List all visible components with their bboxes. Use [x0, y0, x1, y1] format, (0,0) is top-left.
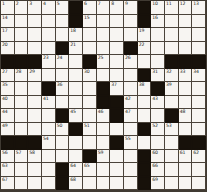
white-cell[interactable]: [165, 136, 179, 150]
clue-number: 5: [57, 1, 60, 6]
clue-number: 64: [70, 163, 75, 168]
white-cell[interactable]: 22: [138, 42, 152, 56]
white-cell[interactable]: [42, 109, 56, 123]
black-cell: [69, 123, 83, 137]
clue-number: 50: [57, 123, 62, 128]
white-cell[interactable]: [97, 69, 111, 83]
white-cell[interactable]: 39: [165, 82, 179, 96]
black-cell: [124, 42, 138, 56]
white-cell[interactable]: [179, 96, 193, 110]
white-cell[interactable]: [69, 82, 83, 96]
black-cell: [138, 123, 152, 137]
black-cell: [192, 136, 206, 150]
white-cell[interactable]: 31: [151, 69, 165, 83]
black-cell: [165, 55, 179, 69]
white-cell[interactable]: [151, 109, 165, 123]
white-cell[interactable]: [69, 55, 83, 69]
white-cell[interactable]: [28, 177, 42, 191]
black-cell: [56, 177, 70, 191]
white-cell[interactable]: 40: [1, 96, 15, 110]
clue-number: 32: [166, 69, 171, 74]
white-cell[interactable]: 12: [179, 1, 193, 15]
white-cell[interactable]: 59: [97, 150, 111, 164]
clue-number: 41: [43, 96, 48, 101]
white-cell[interactable]: [138, 55, 152, 69]
white-cell[interactable]: 60: [151, 150, 165, 164]
black-cell: [110, 109, 124, 123]
white-cell[interactable]: [97, 136, 111, 150]
white-cell[interactable]: [165, 163, 179, 177]
white-cell[interactable]: 44: [1, 109, 15, 123]
clue-number: 17: [2, 28, 7, 33]
white-cell[interactable]: [192, 109, 206, 123]
white-cell[interactable]: [42, 123, 56, 137]
white-cell[interactable]: 2: [15, 1, 29, 15]
white-cell[interactable]: [97, 163, 111, 177]
white-cell[interactable]: 26: [124, 55, 138, 69]
white-cell[interactable]: 46: [97, 109, 111, 123]
white-cell[interactable]: [192, 177, 206, 191]
clue-number: 33: [180, 69, 185, 74]
white-cell[interactable]: 16: [151, 15, 165, 29]
white-cell[interactable]: [110, 163, 124, 177]
clue-number: 13: [193, 1, 198, 6]
white-cell[interactable]: 17: [1, 28, 15, 42]
clue-number: 46: [98, 109, 103, 114]
crossword-page: 1234567891011121314151617181920212223242…: [0, 0, 207, 192]
clue-number: 23: [43, 55, 48, 60]
white-cell[interactable]: [192, 82, 206, 96]
white-cell[interactable]: 67: [1, 177, 15, 191]
clue-number: 37: [111, 82, 116, 87]
white-cell[interactable]: [110, 42, 124, 56]
white-cell[interactable]: 58: [28, 150, 42, 164]
black-cell: [138, 69, 152, 83]
white-cell[interactable]: [42, 69, 56, 83]
white-cell[interactable]: [165, 28, 179, 42]
white-cell[interactable]: 38: [138, 82, 152, 96]
white-cell[interactable]: 52: [151, 123, 165, 137]
white-cell[interactable]: 45: [69, 109, 83, 123]
white-cell[interactable]: 20: [1, 42, 15, 56]
clue-number: 19: [139, 28, 144, 33]
white-cell[interactable]: [83, 42, 97, 56]
white-cell[interactable]: 4: [42, 1, 56, 15]
white-cell[interactable]: [83, 82, 97, 96]
black-cell: [179, 136, 193, 150]
clue-number: 6: [84, 1, 87, 6]
white-cell[interactable]: 50: [56, 123, 70, 137]
clue-number: 11: [166, 1, 171, 6]
white-cell[interactable]: 18: [69, 28, 83, 42]
white-cell[interactable]: [97, 123, 111, 137]
white-cell[interactable]: [179, 123, 193, 137]
clue-number: 63: [2, 163, 7, 168]
clue-number: 8: [111, 1, 114, 6]
black-cell: [138, 177, 152, 191]
white-cell[interactable]: 1: [1, 1, 15, 15]
clue-number: 25: [98, 55, 103, 60]
white-cell[interactable]: [124, 69, 138, 83]
clue-number: 3: [29, 1, 32, 6]
clue-number: 18: [70, 28, 75, 33]
clue-number: 45: [70, 109, 75, 114]
white-cell[interactable]: 33: [179, 69, 193, 83]
white-cell[interactable]: [124, 15, 138, 29]
white-cell[interactable]: [69, 96, 83, 110]
white-cell[interactable]: 19: [138, 28, 152, 42]
white-cell[interactable]: 6: [83, 1, 97, 15]
clue-number: 38: [139, 82, 144, 87]
white-cell[interactable]: [28, 96, 42, 110]
white-cell[interactable]: [192, 163, 206, 177]
white-cell[interactable]: [151, 42, 165, 56]
white-cell[interactable]: [165, 42, 179, 56]
black-cell: [69, 15, 83, 29]
white-cell[interactable]: 53: [165, 123, 179, 137]
clue-number: 42: [125, 96, 130, 101]
white-cell[interactable]: [179, 163, 193, 177]
white-cell[interactable]: 61: [179, 150, 193, 164]
white-cell[interactable]: [83, 177, 97, 191]
clue-number: 48: [180, 109, 185, 114]
white-cell[interactable]: [83, 136, 97, 150]
white-cell[interactable]: 5: [56, 1, 70, 15]
white-cell[interactable]: [42, 42, 56, 56]
clue-number: 7: [98, 1, 101, 6]
clue-number: 34: [193, 69, 198, 74]
white-cell[interactable]: [15, 177, 29, 191]
white-cell[interactable]: 14: [1, 15, 15, 29]
white-cell[interactable]: [56, 150, 70, 164]
black-cell: [56, 163, 70, 177]
white-cell[interactable]: 36: [56, 82, 70, 96]
white-cell[interactable]: 64: [69, 163, 83, 177]
white-cell[interactable]: [110, 15, 124, 29]
black-cell: [42, 82, 56, 96]
clue-number: 35: [2, 82, 7, 87]
clue-number: 12: [180, 1, 185, 6]
black-cell: [15, 55, 29, 69]
white-cell[interactable]: 21: [69, 42, 83, 56]
white-cell[interactable]: 28: [15, 69, 29, 83]
clue-number: 15: [84, 15, 89, 20]
white-cell[interactable]: 27: [1, 69, 15, 83]
white-cell[interactable]: 32: [165, 69, 179, 83]
clue-number: 26: [125, 55, 130, 60]
black-cell: [1, 136, 15, 150]
black-cell: [138, 150, 152, 164]
clue-number: 55: [125, 136, 130, 141]
clue-number: 62: [193, 150, 198, 155]
white-cell[interactable]: [28, 109, 42, 123]
white-cell[interactable]: [138, 109, 152, 123]
white-cell[interactable]: [165, 96, 179, 110]
white-cell[interactable]: 56: [1, 150, 15, 164]
white-cell[interactable]: [28, 82, 42, 96]
white-cell[interactable]: 65: [83, 163, 97, 177]
white-cell[interactable]: [83, 28, 97, 42]
white-cell[interactable]: [42, 28, 56, 42]
clue-number: 47: [125, 109, 130, 114]
black-cell: [83, 150, 97, 164]
white-cell[interactable]: [124, 28, 138, 42]
white-cell[interactable]: [151, 136, 165, 150]
white-cell[interactable]: 35: [1, 82, 15, 96]
white-cell[interactable]: [179, 15, 193, 29]
white-cell[interactable]: 55: [124, 136, 138, 150]
white-cell[interactable]: 25: [97, 55, 111, 69]
black-cell: [28, 136, 42, 150]
white-cell[interactable]: [28, 163, 42, 177]
clue-number: 52: [152, 123, 157, 128]
clue-number: 36: [57, 82, 62, 87]
white-cell[interactable]: [42, 15, 56, 29]
clue-number: 9: [125, 1, 128, 6]
white-cell[interactable]: [42, 150, 56, 164]
clue-number: 65: [84, 163, 89, 168]
white-cell[interactable]: [15, 28, 29, 42]
clue-number: 24: [57, 55, 62, 60]
white-cell[interactable]: [56, 136, 70, 150]
white-cell[interactable]: 23: [42, 55, 56, 69]
white-cell[interactable]: [192, 28, 206, 42]
white-cell[interactable]: [179, 177, 193, 191]
white-cell[interactable]: 41: [42, 96, 56, 110]
white-cell[interactable]: [192, 123, 206, 137]
clue-number: 20: [2, 42, 7, 47]
clue-number: 53: [166, 123, 171, 128]
white-cell[interactable]: [179, 82, 193, 96]
white-cell[interactable]: [56, 69, 70, 83]
white-cell[interactable]: [15, 123, 29, 137]
black-cell: [138, 15, 152, 29]
white-cell[interactable]: [15, 163, 29, 177]
clue-number: 69: [152, 177, 157, 182]
clue-number: 56: [2, 150, 7, 155]
white-cell[interactable]: [97, 177, 111, 191]
white-cell[interactable]: 68: [69, 177, 83, 191]
black-cell: [1, 55, 15, 69]
black-cell: [179, 55, 193, 69]
white-cell[interactable]: [28, 28, 42, 42]
white-cell[interactable]: 69: [151, 177, 165, 191]
white-cell[interactable]: 24: [56, 55, 70, 69]
white-cell[interactable]: 51: [83, 123, 97, 137]
clue-number: 58: [29, 150, 34, 155]
clue-number: 22: [139, 42, 144, 47]
white-cell[interactable]: 66: [151, 163, 165, 177]
clue-number: 44: [2, 109, 7, 114]
white-cell[interactable]: [192, 15, 206, 29]
white-cell[interactable]: 62: [192, 150, 206, 164]
white-cell[interactable]: [97, 42, 111, 56]
white-cell[interactable]: [110, 177, 124, 191]
white-cell[interactable]: [110, 28, 124, 42]
black-cell: [151, 82, 165, 96]
black-cell: [97, 96, 111, 110]
clue-number: 51: [84, 123, 89, 128]
white-cell[interactable]: 48: [179, 109, 193, 123]
white-cell[interactable]: [165, 15, 179, 29]
clue-number: 27: [2, 69, 7, 74]
white-cell[interactable]: 7: [97, 1, 111, 15]
white-cell[interactable]: [110, 69, 124, 83]
white-cell[interactable]: [124, 177, 138, 191]
white-cell[interactable]: [110, 123, 124, 137]
white-cell[interactable]: [56, 96, 70, 110]
black-cell: [165, 109, 179, 123]
clue-number: 68: [70, 177, 75, 182]
white-cell[interactable]: [165, 150, 179, 164]
white-cell[interactable]: 43: [151, 96, 165, 110]
white-cell[interactable]: 9: [124, 1, 138, 15]
black-cell: [97, 82, 111, 96]
clue-number: 28: [16, 69, 21, 74]
white-cell[interactable]: 15: [83, 15, 97, 29]
white-cell[interactable]: 8: [110, 1, 124, 15]
white-cell[interactable]: [124, 150, 138, 164]
white-cell[interactable]: [138, 136, 152, 150]
clue-number: 66: [152, 163, 157, 168]
clue-number: 4: [43, 1, 46, 6]
clue-number: 31: [152, 69, 157, 74]
black-cell: [56, 109, 70, 123]
clue-number: 14: [2, 15, 7, 20]
white-cell[interactable]: [69, 150, 83, 164]
white-cell[interactable]: [110, 55, 124, 69]
black-cell: [110, 96, 124, 110]
clue-number: 29: [29, 69, 34, 74]
clue-number: 1: [2, 1, 5, 6]
white-cell[interactable]: [28, 15, 42, 29]
clue-number: 49: [2, 123, 7, 128]
white-cell[interactable]: 57: [15, 150, 29, 164]
clue-number: 30: [84, 69, 89, 74]
white-cell[interactable]: [15, 96, 29, 110]
crossword-board: 1234567891011121314151617181920212223242…: [0, 0, 207, 192]
white-cell[interactable]: [97, 15, 111, 29]
clue-number: 59: [98, 150, 103, 155]
white-cell[interactable]: 42: [124, 96, 138, 110]
white-cell[interactable]: [56, 28, 70, 42]
clue-number: 40: [2, 96, 7, 101]
black-cell: [56, 42, 70, 56]
white-cell[interactable]: [110, 150, 124, 164]
clue-number: 54: [43, 136, 48, 141]
white-cell[interactable]: 47: [124, 109, 138, 123]
white-cell[interactable]: [192, 96, 206, 110]
white-cell[interactable]: 10: [151, 1, 165, 15]
clue-number: 21: [70, 42, 75, 47]
white-cell[interactable]: [28, 42, 42, 56]
white-cell[interactable]: [138, 96, 152, 110]
black-cell: [15, 136, 29, 150]
clue-number: 16: [152, 15, 157, 20]
white-cell[interactable]: 3: [28, 1, 42, 15]
white-cell[interactable]: [15, 82, 29, 96]
white-cell[interactable]: [151, 28, 165, 42]
clue-number: 10: [152, 1, 157, 6]
white-cell[interactable]: 34: [192, 69, 206, 83]
clue-number: 61: [180, 150, 185, 155]
white-cell[interactable]: [151, 55, 165, 69]
white-cell[interactable]: [42, 163, 56, 177]
white-cell[interactable]: [165, 177, 179, 191]
white-cell[interactable]: [97, 28, 111, 42]
white-cell[interactable]: [15, 15, 29, 29]
white-cell[interactable]: 37: [110, 82, 124, 96]
black-cell: [69, 1, 83, 15]
clue-number: 57: [16, 150, 21, 155]
clue-number: 2: [16, 1, 19, 6]
clue-number: 60: [152, 150, 157, 155]
white-cell[interactable]: [15, 109, 29, 123]
white-cell[interactable]: [124, 123, 138, 137]
black-cell: [138, 1, 152, 15]
white-cell[interactable]: [192, 42, 206, 56]
white-cell[interactable]: [56, 15, 70, 29]
white-cell[interactable]: [179, 28, 193, 42]
black-cell: [192, 55, 206, 69]
white-cell[interactable]: 54: [42, 136, 56, 150]
white-cell[interactable]: [124, 82, 138, 96]
white-cell[interactable]: [15, 42, 29, 56]
white-cell[interactable]: [42, 177, 56, 191]
white-cell[interactable]: [83, 96, 97, 110]
clue-number: 67: [2, 177, 7, 182]
white-cell[interactable]: [179, 42, 193, 56]
white-cell[interactable]: 49: [1, 123, 15, 137]
white-cell[interactable]: 13: [192, 1, 206, 15]
white-cell[interactable]: 11: [165, 1, 179, 15]
white-cell[interactable]: 30: [83, 69, 97, 83]
white-cell[interactable]: 29: [28, 69, 42, 83]
clue-number: 43: [152, 96, 157, 101]
white-cell[interactable]: [83, 109, 97, 123]
white-cell[interactable]: [124, 163, 138, 177]
black-cell: [138, 163, 152, 177]
clue-number: 39: [166, 82, 171, 87]
black-cell: [110, 136, 124, 150]
white-cell[interactable]: 63: [1, 163, 15, 177]
white-cell[interactable]: [28, 123, 42, 137]
black-cell: [28, 55, 42, 69]
white-cell[interactable]: [69, 136, 83, 150]
white-cell[interactable]: [69, 69, 83, 83]
black-cell: [83, 55, 97, 69]
